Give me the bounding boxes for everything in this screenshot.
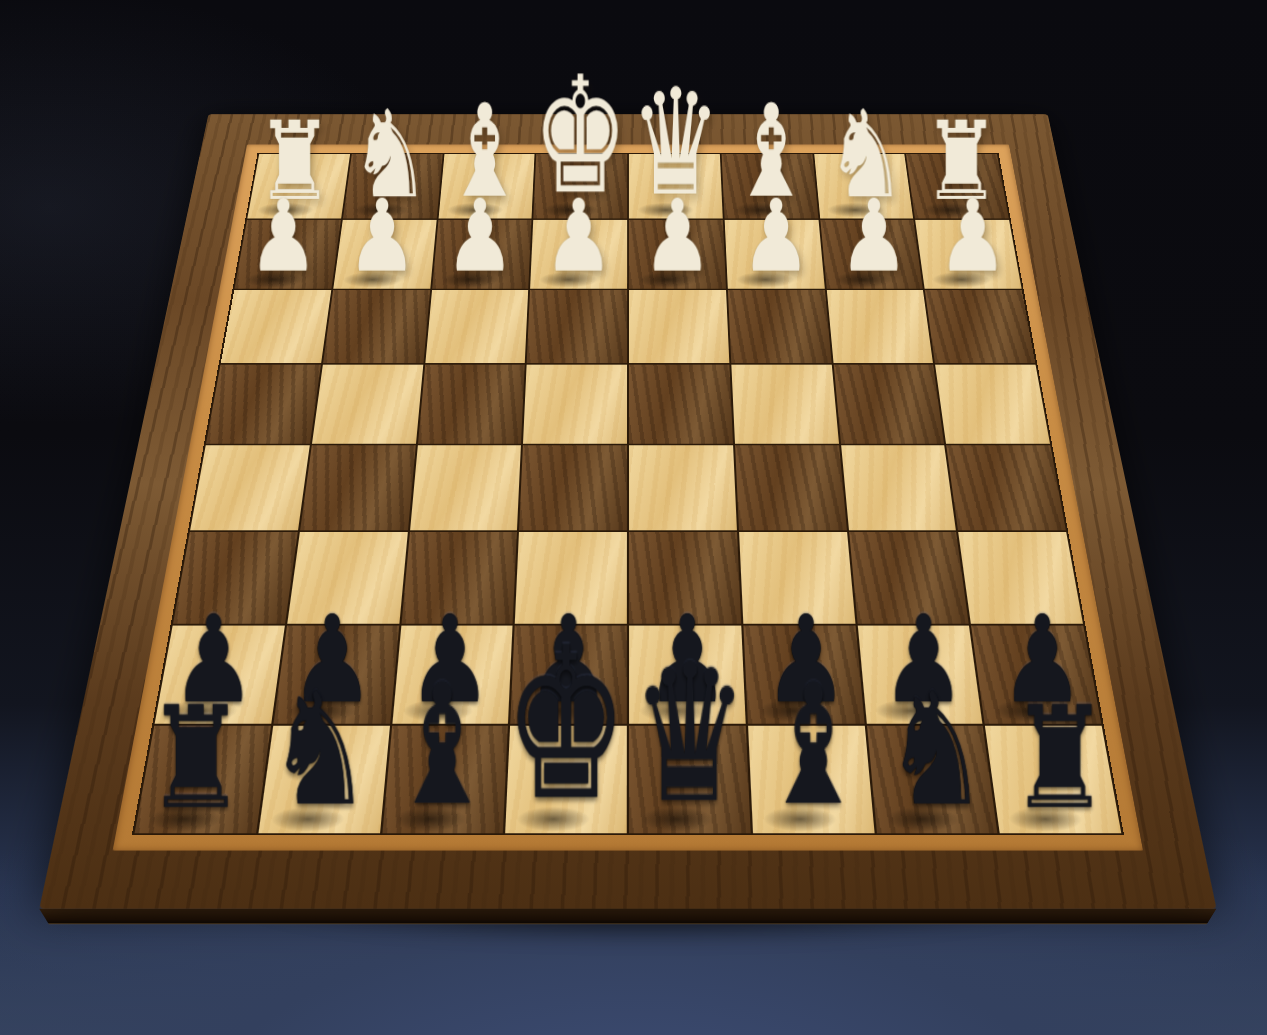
- square-e3[interactable]: [527, 290, 627, 364]
- square-d2[interactable]: ♟: [629, 220, 726, 289]
- square-a8[interactable]: ♜: [985, 726, 1121, 833]
- white-pawn[interactable]: ♟: [248, 186, 318, 286]
- square-c8[interactable]: ♝: [748, 726, 874, 833]
- square-h8[interactable]: ♜: [135, 726, 271, 833]
- white-pawn[interactable]: ♟: [741, 186, 811, 286]
- board-squares: ♜♞♝♚♛♝♞♜♟♟♟♟♟♟♟♟♟♟♟♟♟♟♟♟♜♞♝♚♛♝♞♜: [132, 153, 1124, 836]
- white-pawn[interactable]: ♟: [544, 186, 614, 286]
- square-c2[interactable]: ♟: [724, 220, 824, 289]
- white-pawn[interactable]: ♟: [938, 186, 1008, 286]
- square-e4[interactable]: [523, 365, 627, 444]
- square-h5[interactable]: [190, 445, 309, 530]
- square-a5[interactable]: [946, 445, 1065, 530]
- black-rook[interactable]: ♜: [1010, 688, 1110, 829]
- square-g4[interactable]: [312, 365, 423, 444]
- square-a3[interactable]: [925, 290, 1035, 364]
- square-c3[interactable]: [728, 290, 832, 364]
- white-pawn[interactable]: ♟: [445, 186, 515, 286]
- perspective-scene: ♜♞♝♚♛♝♞♜♟♟♟♟♟♟♟♟♟♟♟♟♟♟♟♟♜♞♝♚♛♝♞♜: [0, 0, 1267, 1035]
- square-b8[interactable]: ♞: [866, 726, 997, 833]
- white-pawn[interactable]: ♟: [642, 186, 712, 286]
- square-d8[interactable]: ♛: [629, 726, 750, 833]
- black-queen[interactable]: ♛: [631, 638, 748, 829]
- square-a2[interactable]: ♟: [915, 220, 1021, 289]
- square-b4[interactable]: [833, 365, 944, 444]
- photo-backdrop: ♜♞♝♚♛♝♞♜♟♟♟♟♟♟♟♟♟♟♟♟♟♟♟♟♜♞♝♚♛♝♞♜: [0, 0, 1267, 1035]
- black-knight[interactable]: ♞: [884, 672, 989, 828]
- black-bishop[interactable]: ♝: [760, 662, 867, 829]
- chess-board: ♜♞♝♚♛♝♞♜♟♟♟♟♟♟♟♟♟♟♟♟♟♟♟♟♜♞♝♚♛♝♞♜: [39, 114, 1216, 909]
- square-e5[interactable]: [519, 445, 627, 530]
- square-h2[interactable]: ♟: [234, 220, 340, 289]
- square-a4[interactable]: [935, 365, 1050, 444]
- square-e8[interactable]: ♚: [505, 726, 626, 833]
- square-e2[interactable]: ♟: [530, 220, 627, 289]
- square-g3[interactable]: [323, 290, 430, 364]
- square-c5[interactable]: [735, 445, 847, 530]
- square-f3[interactable]: [425, 290, 529, 364]
- square-g5[interactable]: [300, 445, 415, 530]
- square-g8[interactable]: ♞: [258, 726, 389, 833]
- white-pawn[interactable]: ♟: [347, 186, 417, 286]
- square-f2[interactable]: ♟: [432, 220, 532, 289]
- square-b5[interactable]: [841, 445, 956, 530]
- square-d3[interactable]: [629, 290, 729, 364]
- white-pawn[interactable]: ♟: [839, 186, 909, 286]
- square-d5[interactable]: [629, 445, 737, 530]
- square-b3[interactable]: [826, 290, 933, 364]
- square-h4[interactable]: [206, 365, 321, 444]
- black-rook[interactable]: ♜: [146, 688, 246, 829]
- black-king[interactable]: ♚: [504, 620, 627, 829]
- square-d4[interactable]: [629, 365, 733, 444]
- square-f5[interactable]: [410, 445, 522, 530]
- square-g2[interactable]: ♟: [333, 220, 436, 289]
- square-h3[interactable]: [221, 290, 331, 364]
- square-f4[interactable]: [417, 365, 524, 444]
- board-front-edge: [39, 909, 1216, 925]
- square-c4[interactable]: [731, 365, 838, 444]
- black-bishop[interactable]: ♝: [389, 662, 496, 829]
- black-knight[interactable]: ♞: [267, 672, 372, 828]
- square-f8[interactable]: ♝: [382, 726, 508, 833]
- square-b2[interactable]: ♟: [820, 220, 923, 289]
